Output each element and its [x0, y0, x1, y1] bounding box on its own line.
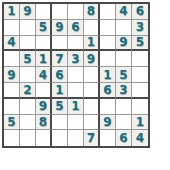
cell-r2c4[interactable]: 9 [52, 20, 68, 36]
cell-r5c6[interactable] [84, 67, 100, 83]
cell-r9c6[interactable]: 7 [84, 130, 100, 146]
sudoku-board: 1984659634195517399461521639515891764 [2, 2, 150, 148]
cell-r4c7[interactable] [100, 51, 116, 67]
cell-r1c4[interactable] [52, 4, 68, 20]
cell-r8c3[interactable]: 8 [36, 115, 52, 131]
cell-r6c3[interactable] [36, 83, 52, 99]
cell-r7c5[interactable]: 1 [68, 99, 84, 115]
cell-r2c3[interactable]: 5 [36, 20, 52, 36]
cell-r8c9[interactable]: 1 [132, 115, 148, 131]
cell-r4c9[interactable] [132, 51, 148, 67]
cell-r3c9[interactable]: 5 [132, 36, 148, 52]
cell-r9c5[interactable] [68, 130, 84, 146]
cell-r1c6[interactable]: 8 [84, 4, 100, 20]
cell-r2c9[interactable]: 3 [132, 20, 148, 36]
cell-r8c7[interactable]: 9 [100, 115, 116, 131]
cell-r5c2[interactable] [20, 67, 36, 83]
cell-r4c4[interactable]: 7 [52, 51, 68, 67]
cell-r8c5[interactable] [68, 115, 84, 131]
cell-r2c7[interactable] [100, 20, 116, 36]
cell-r8c8[interactable] [116, 115, 132, 131]
cell-r6c9[interactable] [132, 83, 148, 99]
cell-r5c1[interactable]: 9 [4, 67, 20, 83]
cell-r9c3[interactable] [36, 130, 52, 146]
cell-r2c1[interactable] [4, 20, 20, 36]
cell-r8c1[interactable]: 5 [4, 115, 20, 131]
cell-r6c8[interactable]: 3 [116, 83, 132, 99]
cell-r8c6[interactable] [84, 115, 100, 131]
cell-r9c2[interactable] [20, 130, 36, 146]
cell-r2c5[interactable]: 6 [68, 20, 84, 36]
cell-r7c7[interactable] [100, 99, 116, 115]
cell-r1c5[interactable] [68, 4, 84, 20]
cell-r5c5[interactable] [68, 67, 84, 83]
cell-r4c2[interactable]: 5 [20, 51, 36, 67]
cell-r1c3[interactable] [36, 4, 52, 20]
cell-r4c8[interactable] [116, 51, 132, 67]
cell-r6c6[interactable] [84, 83, 100, 99]
cell-r3c3[interactable] [36, 36, 52, 52]
cell-r3c6[interactable]: 1 [84, 36, 100, 52]
cell-r7c6[interactable] [84, 99, 100, 115]
cell-r5c8[interactable]: 5 [116, 67, 132, 83]
cell-r9c9[interactable]: 4 [132, 130, 148, 146]
cell-r5c3[interactable]: 4 [36, 67, 52, 83]
cell-r1c7[interactable] [100, 4, 116, 20]
cell-r3c4[interactable] [52, 36, 68, 52]
cell-r8c4[interactable] [52, 115, 68, 131]
cell-r6c5[interactable] [68, 83, 84, 99]
cell-r1c9[interactable]: 6 [132, 4, 148, 20]
cell-r2c2[interactable] [20, 20, 36, 36]
cell-r5c7[interactable]: 1 [100, 67, 116, 83]
cell-r2c6[interactable] [84, 20, 100, 36]
cell-r1c1[interactable]: 1 [4, 4, 20, 20]
cell-r6c1[interactable] [4, 83, 20, 99]
cell-r7c3[interactable]: 9 [36, 99, 52, 115]
cell-r3c1[interactable]: 4 [4, 36, 20, 52]
cell-r6c4[interactable]: 1 [52, 83, 68, 99]
cell-r6c7[interactable]: 6 [100, 83, 116, 99]
cell-r3c7[interactable] [100, 36, 116, 52]
cell-r3c2[interactable] [20, 36, 36, 52]
cell-r3c5[interactable] [68, 36, 84, 52]
cell-r2c8[interactable] [116, 20, 132, 36]
cell-r7c1[interactable] [4, 99, 20, 115]
cell-r9c1[interactable] [4, 130, 20, 146]
cell-r1c2[interactable]: 9 [20, 4, 36, 20]
cell-r9c8[interactable]: 6 [116, 130, 132, 146]
cell-r7c8[interactable] [116, 99, 132, 115]
cell-r9c7[interactable] [100, 130, 116, 146]
cell-r8c2[interactable] [20, 115, 36, 131]
cell-r5c9[interactable] [132, 67, 148, 83]
cell-r7c4[interactable]: 5 [52, 99, 68, 115]
sudoku-puzzle: 1984659634195517399461521639515891764 [2, 2, 150, 148]
cell-r5c4[interactable]: 6 [52, 67, 68, 83]
cell-r4c6[interactable]: 9 [84, 51, 100, 67]
cell-r6c2[interactable]: 2 [20, 83, 36, 99]
cell-r4c5[interactable]: 3 [68, 51, 84, 67]
cell-r7c2[interactable] [20, 99, 36, 115]
cell-r4c3[interactable]: 1 [36, 51, 52, 67]
cell-r4c1[interactable] [4, 51, 20, 67]
cell-r9c4[interactable] [52, 130, 68, 146]
cell-r1c8[interactable]: 4 [116, 4, 132, 20]
cell-r3c8[interactable]: 9 [116, 36, 132, 52]
cell-r7c9[interactable] [132, 99, 148, 115]
